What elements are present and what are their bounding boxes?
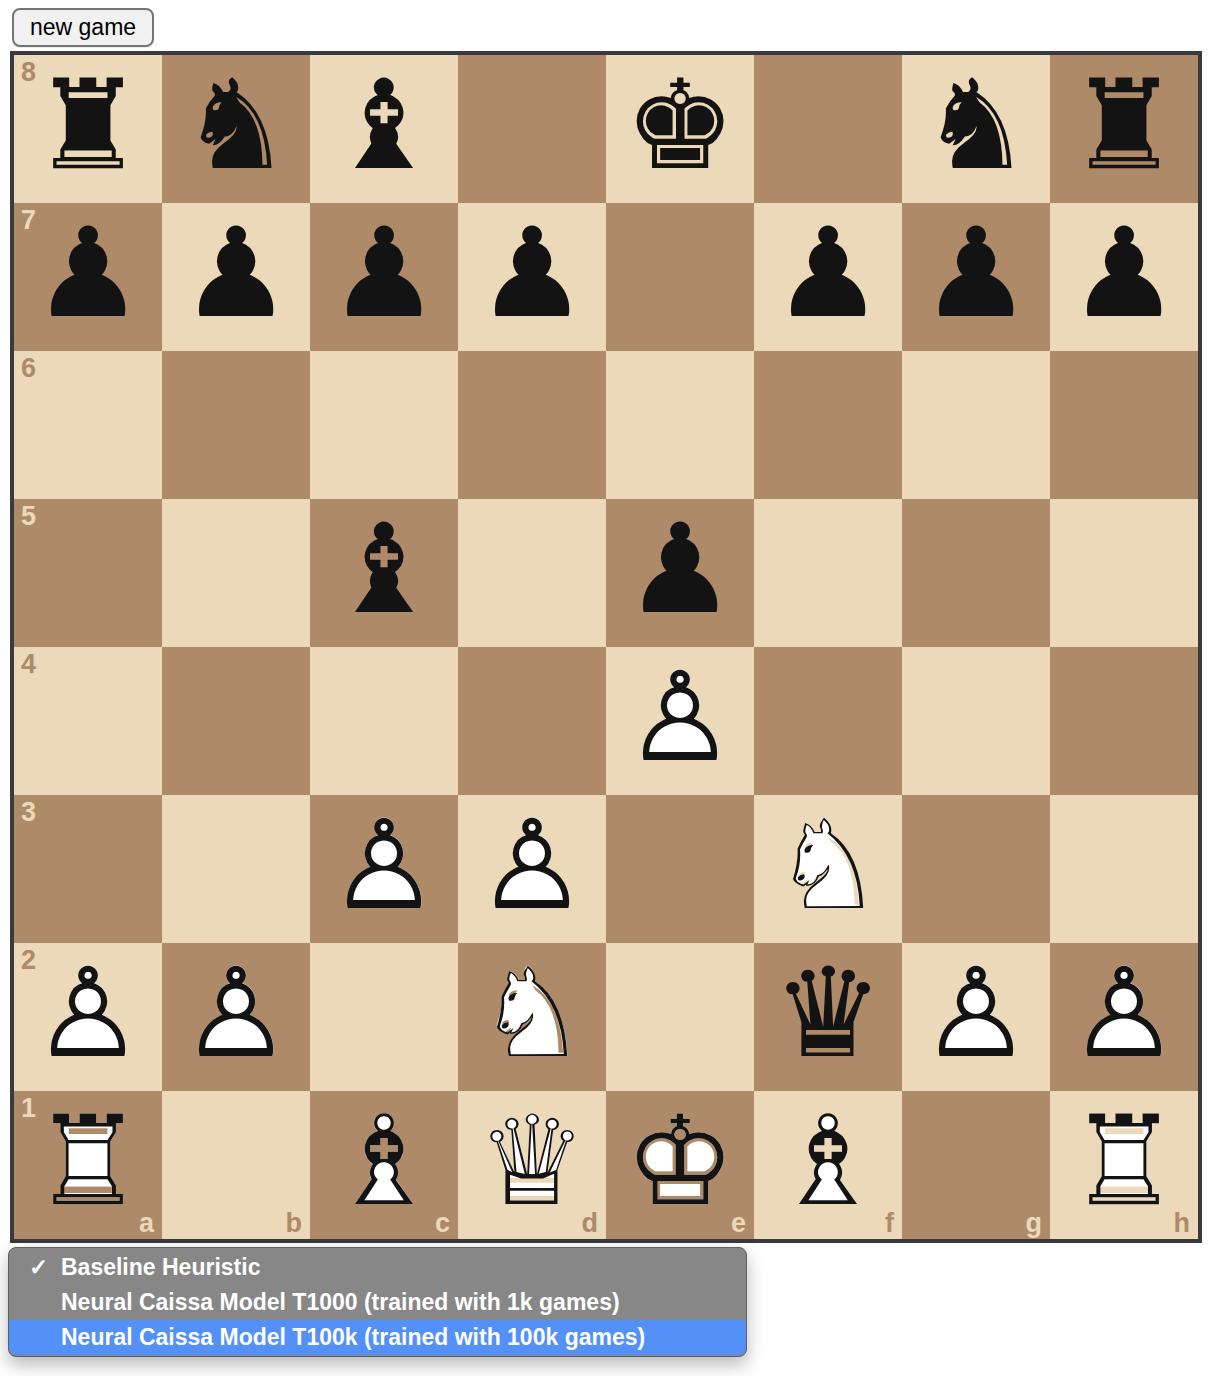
square-e2[interactable] [606, 943, 754, 1091]
square-f3[interactable]: ♞♘ [754, 795, 902, 943]
square-e4[interactable]: ♟♙ [606, 647, 754, 795]
rank-label-8: 8 [21, 57, 36, 88]
file-label-c: c [435, 1208, 450, 1239]
rank-label-6: 6 [21, 353, 36, 384]
black-rook-piece: ♜ [1050, 55, 1198, 203]
square-a8[interactable]: 8♜ [14, 55, 162, 203]
rank-label-1: 1 [21, 1093, 36, 1124]
square-h2[interactable]: ♟♙ [1050, 943, 1198, 1091]
square-a6[interactable]: 6 [14, 351, 162, 499]
file-label-d: d [582, 1208, 599, 1239]
file-label-e: e [731, 1208, 746, 1239]
square-b3[interactable] [162, 795, 310, 943]
square-e6[interactable] [606, 351, 754, 499]
black-pawn-piece: ♟ [14, 203, 162, 351]
file-label-a: a [139, 1208, 154, 1239]
file-label-h: h [1174, 1208, 1191, 1239]
menu-option-baseline[interactable]: ✓ Baseline Heuristic [9, 1250, 746, 1285]
menu-option-label: Neural Caissa Model T1000 (trained with … [61, 1289, 620, 1315]
square-c1[interactable]: c♝♗ [310, 1091, 458, 1239]
square-g5[interactable] [902, 499, 1050, 647]
white-knight-piece: ♞♘ [458, 943, 606, 1091]
checkmark-icon: ✓ [29, 1250, 48, 1285]
menu-option-label: Baseline Heuristic [61, 1254, 260, 1280]
square-d6[interactable] [458, 351, 606, 499]
black-pawn-piece: ♟ [1050, 203, 1198, 351]
square-e8[interactable]: ♚ [606, 55, 754, 203]
black-rook-piece: ♜ [14, 55, 162, 203]
white-pawn-piece: ♟♙ [606, 647, 754, 795]
square-e5[interactable]: ♟ [606, 499, 754, 647]
square-g7[interactable]: ♟ [902, 203, 1050, 351]
square-g3[interactable] [902, 795, 1050, 943]
square-h4[interactable] [1050, 647, 1198, 795]
square-c5[interactable]: ♝ [310, 499, 458, 647]
square-b8[interactable]: ♞ [162, 55, 310, 203]
square-d4[interactable] [458, 647, 606, 795]
menu-option-t100k[interactable]: Neural Caissa Model T100k (trained with … [9, 1320, 746, 1355]
white-pawn-piece: ♟♙ [902, 943, 1050, 1091]
board-container: 8♜♞♝♚♞♜7♟♟♟♟♟♟♟65♝♟4♟♙3♟♙♟♙♞♘2♟♙♟♙♞♘♛♟♙♟… [10, 51, 1214, 1243]
file-label-f: f [885, 1208, 894, 1239]
square-g6[interactable] [902, 351, 1050, 499]
black-bishop-piece: ♝ [310, 55, 458, 203]
square-h8[interactable]: ♜ [1050, 55, 1198, 203]
square-f7[interactable]: ♟ [754, 203, 902, 351]
square-d2[interactable]: ♞♘ [458, 943, 606, 1091]
square-g8[interactable]: ♞ [902, 55, 1050, 203]
square-g2[interactable]: ♟♙ [902, 943, 1050, 1091]
square-h6[interactable] [1050, 351, 1198, 499]
white-pawn-piece: ♟♙ [162, 943, 310, 1091]
square-e1[interactable]: e♚♔ [606, 1091, 754, 1239]
black-pawn-piece: ♟ [310, 203, 458, 351]
square-d5[interactable] [458, 499, 606, 647]
square-d1[interactable]: d♛♕ [458, 1091, 606, 1239]
black-pawn-piece: ♟ [902, 203, 1050, 351]
square-a5[interactable]: 5 [14, 499, 162, 647]
square-h3[interactable] [1050, 795, 1198, 943]
square-e3[interactable] [606, 795, 754, 943]
square-c6[interactable] [310, 351, 458, 499]
white-pawn-piece: ♟♙ [14, 943, 162, 1091]
square-h5[interactable] [1050, 499, 1198, 647]
square-b4[interactable] [162, 647, 310, 795]
square-h7[interactable]: ♟ [1050, 203, 1198, 351]
square-c4[interactable] [310, 647, 458, 795]
square-g1[interactable]: g [902, 1091, 1050, 1239]
square-c7[interactable]: ♟ [310, 203, 458, 351]
square-a4[interactable]: 4 [14, 647, 162, 795]
black-pawn-piece: ♟ [162, 203, 310, 351]
black-pawn-piece: ♟ [606, 499, 754, 647]
square-f5[interactable] [754, 499, 902, 647]
square-a7[interactable]: 7♟ [14, 203, 162, 351]
square-f6[interactable] [754, 351, 902, 499]
new-game-button[interactable]: new game [12, 8, 154, 47]
square-c2[interactable] [310, 943, 458, 1091]
square-c3[interactable]: ♟♙ [310, 795, 458, 943]
file-label-g: g [1026, 1208, 1043, 1239]
square-e7[interactable] [606, 203, 754, 351]
menu-option-label: Neural Caissa Model T100k (trained with … [61, 1324, 645, 1350]
menu-option-t1000[interactable]: Neural Caissa Model T1000 (trained with … [9, 1285, 746, 1320]
file-label-b: b [286, 1208, 303, 1239]
black-pawn-piece: ♟ [754, 203, 902, 351]
white-bishop-piece: ♝♗ [754, 1091, 902, 1239]
square-a1[interactable]: 1a♜♖ [14, 1091, 162, 1239]
square-h1[interactable]: h♜♖ [1050, 1091, 1198, 1239]
white-knight-piece: ♞♘ [754, 795, 902, 943]
black-king-piece: ♚ [606, 55, 754, 203]
rank-label-3: 3 [21, 797, 36, 828]
square-f1[interactable]: f♝♗ [754, 1091, 902, 1239]
square-f4[interactable] [754, 647, 902, 795]
black-queen-piece: ♛ [754, 943, 902, 1091]
square-c8[interactable]: ♝ [310, 55, 458, 203]
black-knight-piece: ♞ [902, 55, 1050, 203]
square-b6[interactable] [162, 351, 310, 499]
white-pawn-piece: ♟♙ [1050, 943, 1198, 1091]
square-f2[interactable]: ♛ [754, 943, 902, 1091]
square-b2[interactable]: ♟♙ [162, 943, 310, 1091]
square-d3[interactable]: ♟♙ [458, 795, 606, 943]
white-pawn-piece: ♟♙ [310, 795, 458, 943]
square-b1[interactable]: b [162, 1091, 310, 1239]
rank-label-5: 5 [21, 501, 36, 532]
white-pawn-piece: ♟♙ [458, 795, 606, 943]
square-a2[interactable]: 2♟♙ [14, 943, 162, 1091]
black-bishop-piece: ♝ [310, 499, 458, 647]
square-f8[interactable] [754, 55, 902, 203]
square-b5[interactable] [162, 499, 310, 647]
rank-label-4: 4 [21, 649, 36, 680]
square-a3[interactable]: 3 [14, 795, 162, 943]
black-knight-piece: ♞ [162, 55, 310, 203]
square-d7[interactable]: ♟ [458, 203, 606, 351]
toolbar: new game [12, 8, 1214, 47]
chess-board: 8♜♞♝♚♞♜7♟♟♟♟♟♟♟65♝♟4♟♙3♟♙♟♙♞♘2♟♙♟♙♞♘♛♟♙♟… [10, 51, 1202, 1243]
engine-select-menu: ✓ Baseline Heuristic Neural Caissa Model… [8, 1247, 747, 1357]
square-b7[interactable]: ♟ [162, 203, 310, 351]
rank-label-2: 2 [21, 945, 36, 976]
rank-label-7: 7 [21, 205, 36, 236]
square-d8[interactable] [458, 55, 606, 203]
black-pawn-piece: ♟ [458, 203, 606, 351]
square-g4[interactable] [902, 647, 1050, 795]
